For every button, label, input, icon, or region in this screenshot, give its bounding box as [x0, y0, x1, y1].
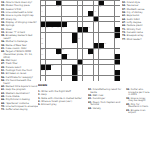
- clue-number: 72.: [1, 108, 6, 111]
- grid-cell[interactable]: [83, 70, 88, 75]
- grid-cell[interactable]: 4: [62, 1, 67, 6]
- grid-cell[interactable]: [78, 49, 83, 54]
- grid-cell[interactable]: [104, 65, 109, 70]
- grid-cell[interactable]: [104, 6, 109, 11]
- grid-cell[interactable]: [83, 6, 88, 11]
- grid-cell[interactable]: [109, 54, 114, 59]
- cell-number: 29: [88, 27, 90, 29]
- grid-cell[interactable]: 12: [109, 1, 114, 6]
- grid-cell[interactable]: 46: [88, 54, 93, 59]
- grid-cell[interactable]: [109, 27, 114, 32]
- grid-cell[interactable]: 28: [62, 27, 67, 32]
- clue-number: 52.: [88, 88, 93, 91]
- cell-number: 35: [115, 38, 117, 40]
- grid-cell[interactable]: [104, 54, 109, 59]
- grid-cell[interactable]: [67, 6, 72, 11]
- grid-cell[interactable]: [109, 38, 114, 43]
- cell-number: 15: [57, 6, 59, 8]
- cell-number: 22: [67, 22, 69, 24]
- cell-number: 20: [88, 16, 90, 18]
- grid-cell[interactable]: [51, 11, 56, 16]
- grid-cell[interactable]: [51, 54, 56, 59]
- across-clues-left-list: 19. Able to track down sly?20. Mosaic fl…: [1, 1, 38, 111]
- clue-number: 70.: [1, 105, 6, 108]
- grid-cell[interactable]: [46, 17, 51, 22]
- grid-cell[interactable]: [51, 76, 56, 81]
- clue-item: 57. Mudbath venue: [122, 8, 150, 11]
- grid-cell[interactable]: [72, 6, 77, 11]
- grid-cell[interactable]: [62, 76, 67, 81]
- grid-cell[interactable]: [88, 43, 93, 48]
- grid-cell[interactable]: [56, 60, 61, 65]
- grid-cell[interactable]: [78, 17, 83, 22]
- grid-cell[interactable]: [83, 17, 88, 22]
- clue-number: 41.: [1, 47, 6, 50]
- grid-cell[interactable]: [109, 65, 114, 70]
- grid-cell[interactable]: [62, 38, 67, 43]
- grid-cell[interactable]: [62, 70, 67, 75]
- clue-item: 44. Target of NASA's MOM (December probe…: [1, 50, 38, 58]
- crossword-page: 19. Able to track down sly?20. Mosaic fl…: [0, 0, 150, 150]
- grid-cell[interactable]: [109, 11, 114, 16]
- grid-cell[interactable]: [56, 76, 61, 81]
- grid-cell[interactable]: [51, 70, 56, 75]
- grid-cell[interactable]: [78, 11, 83, 16]
- clue-item: 71. Wrinkly fruit: [122, 28, 150, 31]
- grid-cell[interactable]: [99, 65, 104, 70]
- grid-cell[interactable]: [88, 6, 93, 11]
- cell-number: 44: [57, 54, 59, 56]
- grid-cell[interactable]: [51, 49, 56, 54]
- grid-cell[interactable]: [46, 33, 51, 38]
- cell-number: 6: [72, 0, 73, 2]
- cell-number: 10: [94, 0, 96, 2]
- grid-cell[interactable]: [51, 6, 56, 11]
- grid-cell[interactable]: [72, 54, 77, 59]
- grid-cell[interactable]: [46, 6, 51, 11]
- grid-cell[interactable]: [94, 70, 99, 75]
- down-clues-column-a: 1. Writer with the Right Stuff2. Harp3. …: [38, 90, 85, 150]
- grid-cell[interactable]: 7: [78, 1, 83, 6]
- grid-cell[interactable]: 44: [56, 54, 61, 59]
- grid-cell[interactable]: [56, 70, 61, 75]
- grid-cell[interactable]: [94, 54, 99, 59]
- cell-number: 48: [62, 59, 64, 61]
- clue-item: 3. Fable with chloride in melted butter: [38, 97, 85, 100]
- clue-number: 38.: [126, 88, 131, 91]
- clue-number: 58.: [1, 79, 6, 82]
- grid-cell[interactable]: [51, 38, 56, 43]
- across-clues-right-list: 52. Grand style54. Tea server57. Mudbath…: [122, 1, 150, 40]
- grid-cell[interactable]: [115, 17, 120, 22]
- cell-number: 17: [41, 11, 43, 13]
- clue-number: 52.: [122, 1, 127, 4]
- grid-cell[interactable]: [104, 76, 109, 81]
- grid-cell[interactable]: [62, 11, 67, 16]
- grid-cell[interactable]: [51, 17, 56, 22]
- grid-cell[interactable]: 16: [99, 6, 104, 11]
- grid-cell[interactable]: [109, 17, 114, 22]
- clue-item: 40. Org. for Mexicans in Cairo: [126, 103, 150, 108]
- grid-cell[interactable]: 35: [115, 38, 120, 43]
- grid-cell[interactable]: 6: [72, 1, 77, 6]
- crossword-grid: 1234567891011121314151617181920212223242…: [40, 0, 120, 81]
- grid-cell[interactable]: 21: [99, 17, 104, 22]
- grid-cell[interactable]: [46, 43, 51, 48]
- clue-number: 56.: [1, 76, 6, 79]
- clue-item: 58. It's found beneath the foam?: [1, 79, 38, 84]
- clue-item: 66. Rhythmical in baking: [1, 98, 38, 101]
- grid-cell[interactable]: [88, 70, 93, 75]
- grid-cell[interactable]: 3: [51, 1, 56, 6]
- clue-number: 19.: [1, 1, 6, 4]
- cell-number: 36: [41, 43, 43, 45]
- grid-cell[interactable]: [72, 22, 77, 27]
- cell-number: 18: [94, 11, 96, 13]
- clue-item: 1. Writer with the Right Stuff: [38, 90, 85, 93]
- grid-cell[interactable]: [62, 65, 67, 70]
- grid-cell[interactable]: [72, 11, 77, 16]
- grid-cell[interactable]: [46, 60, 51, 65]
- clue-item: 73. Genesis name: [122, 31, 150, 34]
- cell-number: 5: [67, 0, 68, 2]
- grid-cell[interactable]: [104, 27, 109, 32]
- grid-cell[interactable]: [56, 11, 61, 16]
- grid-cell[interactable]: [115, 43, 120, 48]
- grid-cell[interactable]: [94, 33, 99, 38]
- cell-number: 9: [88, 0, 89, 2]
- black-cell: [72, 65, 77, 70]
- cell-number: 51: [78, 65, 80, 67]
- grid-cell[interactable]: [83, 65, 88, 70]
- grid-cell[interactable]: [99, 38, 104, 43]
- grid-cell[interactable]: [62, 43, 67, 48]
- grid-cell[interactable]: [78, 22, 83, 27]
- grid-cell[interactable]: [94, 76, 99, 81]
- grid-cell[interactable]: [88, 33, 93, 38]
- cell-number: 28: [62, 27, 64, 29]
- grid-cell[interactable]: [109, 70, 114, 75]
- black-cell: [115, 70, 120, 75]
- grid-cell[interactable]: 15: [56, 6, 61, 11]
- grid-cell[interactable]: 11: [104, 1, 109, 6]
- clue-item: 72. Suffer when saying: [1, 108, 38, 111]
- cell-number: 41: [94, 49, 96, 51]
- grid-cell[interactable]: [88, 38, 93, 43]
- grid-cell[interactable]: [62, 6, 67, 11]
- cell-number: 3: [51, 0, 52, 2]
- grid-cell[interactable]: [104, 70, 109, 75]
- grid-cell[interactable]: 36: [41, 43, 46, 48]
- clue-item: 59. Cry of dismay: [122, 11, 150, 14]
- clue-item: 27. Sharp tip: [1, 18, 38, 21]
- clue-number: 49.: [1, 66, 6, 69]
- cell-number: 42: [99, 49, 101, 51]
- clue-number: 5.: [38, 103, 41, 106]
- grid-cell[interactable]: 42: [99, 49, 104, 54]
- cell-number: 25: [46, 27, 48, 29]
- grid-cell[interactable]: [115, 11, 120, 16]
- black-cell: [72, 70, 77, 75]
- grid-cell[interactable]: [83, 76, 88, 81]
- grid-cell[interactable]: 41: [94, 49, 99, 54]
- grid-cell[interactable]: [56, 17, 61, 22]
- grid-cell[interactable]: [94, 27, 99, 32]
- black-cell: [78, 60, 83, 65]
- clue-number: 36.: [1, 40, 6, 43]
- grid-cell[interactable]: [94, 65, 99, 70]
- black-cell: [99, 43, 104, 48]
- cell-number: 37: [72, 43, 74, 45]
- clue-item: 54. Tea server: [122, 4, 150, 7]
- grid-cell[interactable]: 32: [83, 33, 88, 38]
- grid-cell[interactable]: [67, 70, 72, 75]
- clue-number: 82.: [88, 101, 93, 104]
- black-cell: [99, 1, 104, 6]
- grid-cell[interactable]: 37: [72, 43, 77, 48]
- grid-cell[interactable]: 9: [88, 1, 93, 6]
- down-header-label: DOWN: [38, 84, 68, 87]
- grid-cell[interactable]: 45: [67, 54, 72, 59]
- grid-cell[interactable]: [72, 49, 77, 54]
- clue-item: 52. Grandfathering result for Santa: [88, 88, 124, 93]
- black-cell: [115, 76, 120, 81]
- clue-item: 82. Query from Captain and Tennille: [88, 101, 124, 106]
- cell-number: 31: [78, 32, 80, 34]
- grid-cell[interactable]: [109, 33, 114, 38]
- grid-cell[interactable]: [83, 38, 88, 43]
- grid-cell[interactable]: [99, 54, 104, 59]
- cell-number: 14: [41, 6, 43, 8]
- clue-number: 1.: [38, 90, 41, 93]
- clue-item: 20. Mosaic flooring piece: [1, 4, 38, 7]
- grid-cell[interactable]: [46, 11, 51, 16]
- cell-number: 43: [41, 54, 43, 56]
- grid-cell[interactable]: [109, 76, 114, 81]
- clue-item: 61. Help the program: [1, 88, 38, 91]
- clue-item: 60. Named Citra Squire's round: [1, 85, 38, 88]
- clue-number: 4.: [38, 100, 41, 103]
- black-cell: [115, 27, 120, 32]
- cell-number: 7: [78, 0, 79, 2]
- grid-cell[interactable]: [115, 65, 120, 70]
- cell-number: 54: [78, 70, 80, 72]
- clue-number: 53.: [1, 72, 6, 75]
- grid-cell[interactable]: [46, 76, 51, 81]
- grid-cell[interactable]: 27: [56, 27, 61, 32]
- black-cell: [72, 76, 77, 81]
- grid-cell[interactable]: [109, 6, 114, 11]
- grid-cell[interactable]: 29: [88, 27, 93, 32]
- clue-item: 33. Broker 'T' is hard: [1, 31, 38, 34]
- cell-number: 34: [78, 38, 80, 40]
- grid-cell[interactable]: 56: [78, 76, 83, 81]
- grid-cell[interactable]: [72, 27, 77, 32]
- clue-item: 49. Riviera resort: [1, 66, 38, 69]
- grid-cell[interactable]: [109, 49, 114, 54]
- down-clues-list-b: 52. Grandfathering result for Santa55. N…: [88, 88, 124, 109]
- grid-cell[interactable]: 48: [62, 60, 67, 65]
- grid-cell[interactable]: [67, 76, 72, 81]
- clue-number: 38.: [1, 44, 6, 47]
- black-cell: [94, 43, 99, 48]
- grid-cell[interactable]: 38: [104, 43, 109, 48]
- clue-number: 27.: [1, 18, 6, 21]
- clue-item: 30. Springs: [1, 24, 38, 27]
- grid-cell[interactable]: 47: [41, 60, 46, 65]
- clue-number: 40.: [126, 103, 131, 106]
- grid-cell[interactable]: [94, 38, 99, 43]
- clue-number: 20.: [1, 4, 6, 7]
- cell-number: 4: [62, 0, 63, 2]
- grid-cell[interactable]: 22: [67, 22, 72, 27]
- cell-number: 21: [99, 16, 101, 18]
- grid-cell[interactable]: [56, 33, 61, 38]
- grid-cell[interactable]: [67, 65, 72, 70]
- grid-cell[interactable]: [78, 43, 83, 48]
- grid-cell[interactable]: [46, 54, 51, 59]
- grid-cell[interactable]: [83, 49, 88, 54]
- cell-number: 49: [83, 59, 85, 61]
- grid-cell[interactable]: [67, 33, 72, 38]
- grid-cell[interactable]: 8: [83, 1, 88, 6]
- grid-cell[interactable]: [83, 11, 88, 16]
- down-clues-list-c: 38. Golfer who scored a par-4 ace in 200…: [126, 88, 150, 114]
- grid-cell[interactable]: 34: [78, 38, 83, 43]
- grid-cell[interactable]: [62, 33, 67, 38]
- grid-cell[interactable]: [67, 27, 72, 32]
- grid-cell[interactable]: [78, 54, 83, 59]
- cell-number: 19: [41, 16, 43, 18]
- cell-number: 38: [104, 43, 106, 45]
- grid-cell[interactable]: [51, 33, 56, 38]
- grid-cell[interactable]: [72, 60, 77, 65]
- grid-cell[interactable]: [78, 6, 83, 11]
- grid-cell[interactable]: 25: [46, 27, 51, 32]
- grid-cell[interactable]: [51, 43, 56, 48]
- down-clues-list-a: 1. Writer with the Right Stuff2. Harp3. …: [38, 90, 85, 106]
- down-clues-column-b: 52. Grandfathering result for Santa55. N…: [88, 88, 124, 150]
- grid-cell[interactable]: [62, 17, 67, 22]
- grid-cell[interactable]: [104, 60, 109, 65]
- grid-cell[interactable]: [88, 76, 93, 81]
- clue-item: 43. Browse in an airport: [126, 109, 150, 114]
- clue-number: 54.: [122, 4, 127, 7]
- grid-cell[interactable]: [88, 60, 93, 65]
- grid-cell[interactable]: 55: [41, 76, 46, 81]
- cell-number: 30: [41, 32, 43, 34]
- grid-cell[interactable]: [46, 49, 51, 54]
- grid-cell[interactable]: 2: [46, 1, 51, 6]
- grid-cell[interactable]: 20: [88, 17, 93, 22]
- grid-cell[interactable]: 19: [41, 17, 46, 22]
- grid-cell[interactable]: [99, 60, 104, 65]
- grid-cell[interactable]: [99, 76, 104, 81]
- clue-item: 65. Coca Arabia: [1, 95, 38, 98]
- clue-item: 2. Harp: [38, 93, 85, 96]
- grid-cell[interactable]: [115, 49, 120, 54]
- cell-number: 13: [115, 0, 117, 2]
- grid-cell[interactable]: [104, 33, 109, 38]
- cell-number: 46: [88, 54, 90, 56]
- grid-cell[interactable]: 50: [51, 65, 56, 70]
- cell-number: 56: [78, 75, 80, 77]
- clue-item: 5. Eminent gray: [38, 103, 85, 106]
- grid-cell[interactable]: [104, 49, 109, 54]
- grid-cell[interactable]: [72, 17, 77, 22]
- grid-cell[interactable]: [99, 27, 104, 32]
- grid-cell[interactable]: [88, 65, 93, 70]
- clue-item: 75. Brewpub array: [122, 34, 150, 37]
- grid-cell[interactable]: [56, 38, 61, 43]
- grid-cell[interactable]: [99, 33, 104, 38]
- clue-number: 64.: [122, 18, 127, 21]
- cell-number: 26: [51, 27, 53, 29]
- clue-number: 81.: [88, 97, 93, 100]
- clue-number: 69.: [122, 24, 127, 27]
- grid-cell[interactable]: [83, 43, 88, 48]
- grid-cell[interactable]: 40: [62, 49, 67, 54]
- grid-cell[interactable]: [109, 60, 114, 65]
- grid-cell[interactable]: 10: [94, 1, 99, 6]
- grid-cell[interactable]: 49: [83, 60, 88, 65]
- grid-cell[interactable]: [99, 70, 104, 75]
- clue-item: 28. Display of stinging insects?: [1, 21, 38, 24]
- grid-cell[interactable]: [109, 22, 114, 27]
- grid-cell[interactable]: 13: [115, 1, 120, 6]
- cell-number: 45: [67, 54, 69, 56]
- black-cell: [72, 33, 77, 38]
- clue-number: 60.: [1, 85, 6, 88]
- clue-number: 55.: [88, 94, 93, 97]
- black-cell: [56, 1, 61, 6]
- clue-number: 62.: [122, 14, 127, 17]
- grid-cell[interactable]: 18: [94, 11, 99, 16]
- grid-cell[interactable]: [104, 17, 109, 22]
- grid-cell[interactable]: [109, 43, 114, 48]
- grid-cell[interactable]: [104, 22, 109, 27]
- grid-cell[interactable]: [67, 60, 72, 65]
- clue-number: 84.: [88, 107, 93, 110]
- clue-number: 77.: [122, 38, 127, 41]
- grid-cell[interactable]: [94, 60, 99, 65]
- grid-cell[interactable]: 26: [51, 27, 56, 32]
- grid-cell[interactable]: [115, 22, 120, 27]
- grid-cell[interactable]: [83, 22, 88, 27]
- clue-item: 69. Pasture plaint: [122, 24, 150, 27]
- clue-item: 35. Broadway backer's bad result?: [1, 34, 38, 39]
- grid-cell[interactable]: [51, 60, 56, 65]
- grid-cell[interactable]: [67, 11, 72, 16]
- grid-cell[interactable]: [56, 65, 61, 70]
- grid-cell[interactable]: [56, 43, 61, 48]
- grid-cell[interactable]: 1: [41, 1, 46, 6]
- grid-cell[interactable]: [104, 11, 109, 16]
- black-cell: [115, 60, 120, 65]
- grid-cell[interactable]: 23: [94, 22, 99, 27]
- clue-item: 67. Lofty degree: [122, 21, 150, 24]
- clue-number: 66.: [1, 98, 6, 101]
- grid-cell[interactable]: [46, 38, 51, 43]
- clue-number: 75.: [122, 34, 127, 37]
- cell-number: 52: [41, 70, 43, 72]
- cell-number: 24: [41, 27, 43, 29]
- grid-cell[interactable]: 53: [46, 70, 51, 75]
- grid-cell[interactable]: [99, 22, 104, 27]
- clue-number: 31.: [1, 28, 6, 31]
- clue-item: 77. Mind reader?: [122, 38, 150, 41]
- grid-cell[interactable]: [115, 6, 120, 11]
